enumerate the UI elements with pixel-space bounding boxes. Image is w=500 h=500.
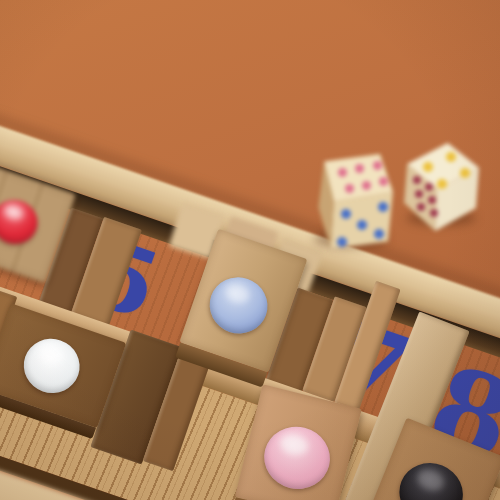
pip xyxy=(373,161,382,170)
pip xyxy=(428,196,436,204)
pip xyxy=(437,179,447,189)
pip xyxy=(345,184,354,193)
pip xyxy=(430,209,438,217)
photo-scene: { "game": "Shut the Box", "scene": "Clos… xyxy=(0,0,500,500)
pip xyxy=(357,220,367,230)
pip xyxy=(446,152,456,162)
pip xyxy=(378,202,388,212)
die-right[interactable] xyxy=(401,143,479,231)
pip xyxy=(460,168,470,178)
die-left[interactable] xyxy=(311,154,393,249)
pip xyxy=(379,177,388,186)
pip xyxy=(337,237,347,247)
pip xyxy=(425,183,433,191)
pip xyxy=(415,190,423,198)
pip xyxy=(341,209,351,219)
pip xyxy=(362,181,371,190)
